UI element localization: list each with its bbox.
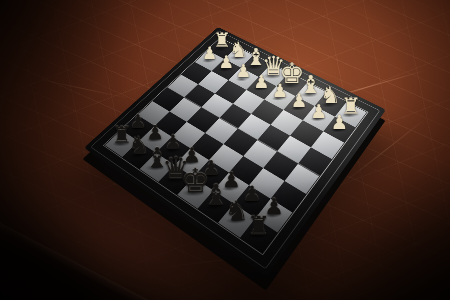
photo-scene: ♜♞♝♛♚♝♞♜♟♟♟♟♟♟♟♟♟♟♟♟♟♟♟♟♜♞♝♛♚♝♞♜ [0, 0, 450, 300]
